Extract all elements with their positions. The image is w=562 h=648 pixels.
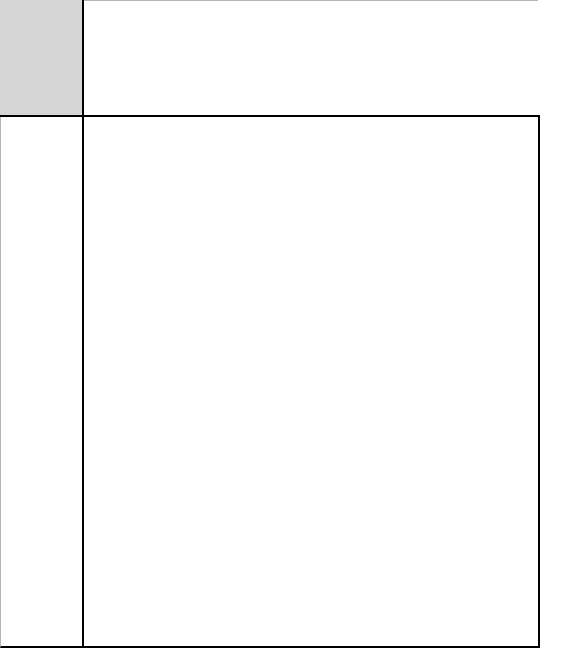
row-clues-panel <box>0 117 83 648</box>
main-grid <box>82 115 540 648</box>
nonogram-page <box>0 0 562 648</box>
corner-watermark-text <box>0 0 84 57</box>
corner-watermark <box>0 0 84 117</box>
column-clues-panel <box>84 0 538 116</box>
